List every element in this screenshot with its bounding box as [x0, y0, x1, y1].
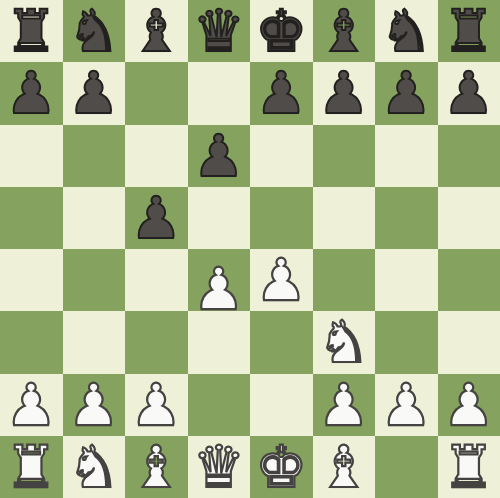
square-g2[interactable]: ♟: [375, 374, 438, 436]
board-container: ♜♞♝♛♚♝♞♜♟♟♟♟♟♟♟♟♟♟♞♟♟♟♟♟♟♜♞♝♛♚♝♜: [0, 0, 500, 498]
piece-black-knight-b8[interactable]: ♞: [68, 2, 120, 60]
piece-black-bishop-c8[interactable]: ♝: [130, 2, 182, 60]
square-b3[interactable]: [63, 311, 126, 373]
square-f1[interactable]: ♝: [313, 436, 376, 498]
square-d4[interactable]: ♟: [188, 249, 251, 311]
square-d5[interactable]: [188, 187, 251, 249]
square-e5[interactable]: [250, 187, 313, 249]
piece-black-knight-g8[interactable]: ♞: [380, 2, 432, 60]
piece-white-pawn-c2[interactable]: ♟: [130, 376, 182, 434]
square-b8[interactable]: ♞: [63, 0, 126, 62]
square-c5[interactable]: ♟: [125, 187, 188, 249]
piece-white-knight-b1[interactable]: ♞: [68, 438, 120, 496]
square-c7[interactable]: [125, 62, 188, 124]
square-e1[interactable]: ♚: [250, 436, 313, 498]
square-f3[interactable]: ♞: [313, 311, 376, 373]
square-g6[interactable]: [375, 125, 438, 187]
piece-black-king-e8[interactable]: ♚: [255, 2, 307, 60]
square-a3[interactable]: [0, 311, 63, 373]
square-c6[interactable]: [125, 125, 188, 187]
square-h5[interactable]: [438, 187, 500, 249]
square-c4[interactable]: [125, 249, 188, 311]
square-a2[interactable]: ♟: [0, 374, 63, 436]
square-b6[interactable]: [63, 125, 126, 187]
square-h8[interactable]: ♜: [438, 0, 500, 62]
piece-black-pawn-h7[interactable]: ♟: [443, 64, 495, 122]
piece-white-pawn-d4[interactable]: ♟: [193, 260, 245, 318]
piece-white-pawn-h2[interactable]: ♟: [443, 376, 495, 434]
square-e8[interactable]: ♚: [250, 0, 313, 62]
square-c2[interactable]: ♟: [125, 374, 188, 436]
square-d1[interactable]: ♛: [188, 436, 251, 498]
piece-black-bishop-f8[interactable]: ♝: [318, 2, 370, 60]
square-g8[interactable]: ♞: [375, 0, 438, 62]
piece-white-pawn-b2[interactable]: ♟: [68, 376, 120, 434]
square-h1[interactable]: ♜: [438, 436, 500, 498]
square-c1[interactable]: ♝: [125, 436, 188, 498]
square-a1[interactable]: ♜: [0, 436, 63, 498]
piece-black-pawn-f7[interactable]: ♟: [318, 64, 370, 122]
piece-white-bishop-f1[interactable]: ♝: [318, 438, 370, 496]
square-f5[interactable]: [313, 187, 376, 249]
square-a8[interactable]: ♜: [0, 0, 63, 62]
square-f2[interactable]: ♟: [313, 374, 376, 436]
square-f4[interactable]: [313, 249, 376, 311]
piece-white-king-e1[interactable]: ♚: [255, 438, 307, 496]
piece-black-pawn-e7[interactable]: ♟: [255, 64, 307, 122]
piece-white-queen-d1[interactable]: ♛: [193, 438, 245, 496]
square-e3[interactable]: [250, 311, 313, 373]
square-h6[interactable]: [438, 125, 500, 187]
square-h3[interactable]: [438, 311, 500, 373]
square-h4[interactable]: [438, 249, 500, 311]
piece-black-pawn-a7[interactable]: ♟: [5, 64, 57, 122]
square-a6[interactable]: [0, 125, 63, 187]
square-e4[interactable]: ♟: [250, 249, 313, 311]
square-b2[interactable]: ♟: [63, 374, 126, 436]
piece-white-rook-a1[interactable]: ♜: [5, 438, 57, 496]
square-g7[interactable]: ♟: [375, 62, 438, 124]
square-g3[interactable]: [375, 311, 438, 373]
square-b1[interactable]: ♞: [63, 436, 126, 498]
square-d7[interactable]: [188, 62, 251, 124]
square-h2[interactable]: ♟: [438, 374, 500, 436]
square-h7[interactable]: ♟: [438, 62, 500, 124]
piece-white-bishop-c1[interactable]: ♝: [130, 438, 182, 496]
square-f7[interactable]: ♟: [313, 62, 376, 124]
square-a5[interactable]: [0, 187, 63, 249]
piece-black-pawn-c5[interactable]: ♟: [130, 189, 182, 247]
square-e2[interactable]: [250, 374, 313, 436]
square-g5[interactable]: [375, 187, 438, 249]
square-e7[interactable]: ♟: [250, 62, 313, 124]
piece-black-rook-a8[interactable]: ♜: [5, 2, 57, 60]
square-c3[interactable]: [125, 311, 188, 373]
piece-white-pawn-g2[interactable]: ♟: [380, 376, 432, 434]
square-d8[interactable]: ♛: [188, 0, 251, 62]
piece-black-rook-h8[interactable]: ♜: [443, 2, 495, 60]
square-b7[interactable]: ♟: [63, 62, 126, 124]
square-c8[interactable]: ♝: [125, 0, 188, 62]
square-g1[interactable]: [375, 436, 438, 498]
square-b5[interactable]: [63, 187, 126, 249]
square-g4[interactable]: [375, 249, 438, 311]
square-a4[interactable]: [0, 249, 63, 311]
piece-white-pawn-e4[interactable]: ♟: [255, 251, 307, 309]
piece-white-rook-h1[interactable]: ♜: [443, 438, 495, 496]
chess-board: ♜♞♝♛♚♝♞♜♟♟♟♟♟♟♟♟♟♟♞♟♟♟♟♟♟♜♞♝♛♚♝♜: [0, 0, 500, 498]
square-d2[interactable]: [188, 374, 251, 436]
piece-white-pawn-f2[interactable]: ♟: [318, 376, 370, 434]
square-b4[interactable]: [63, 249, 126, 311]
piece-white-knight-f3[interactable]: ♞: [318, 313, 370, 371]
piece-black-queen-d8[interactable]: ♛: [193, 2, 245, 60]
square-e6[interactable]: [250, 125, 313, 187]
square-f8[interactable]: ♝: [313, 0, 376, 62]
square-a7[interactable]: ♟: [0, 62, 63, 124]
square-f6[interactable]: [313, 125, 376, 187]
piece-black-pawn-d6[interactable]: ♟: [193, 127, 245, 185]
piece-white-pawn-a2[interactable]: ♟: [5, 376, 57, 434]
piece-black-pawn-b7[interactable]: ♟: [68, 64, 120, 122]
square-d6[interactable]: ♟: [188, 125, 251, 187]
piece-black-pawn-g7[interactable]: ♟: [380, 64, 432, 122]
